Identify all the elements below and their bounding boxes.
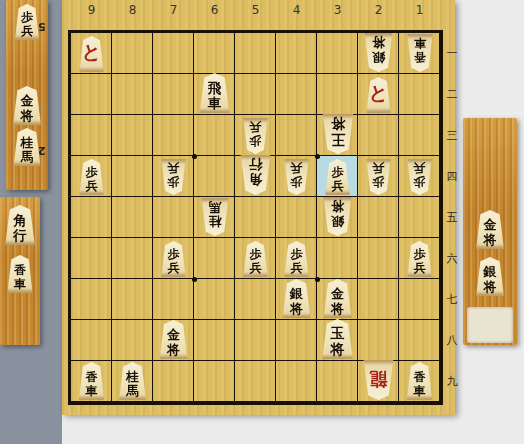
rank-label-5: 五 bbox=[445, 197, 459, 238]
board-frame: と銀将香車飛車と歩兵王将歩兵歩兵角行歩兵歩兵歩兵歩兵桂馬銀将歩兵歩兵歩兵歩兵銀将… bbox=[68, 30, 443, 405]
piece-kanji: 兵 bbox=[168, 262, 180, 276]
gote-captured-stand-lower: 角行香車 bbox=[0, 197, 40, 345]
piece-kanji: 行 bbox=[249, 157, 263, 172]
rank-label-7: 七 bbox=[445, 279, 459, 320]
piece-kanji: 兵 bbox=[250, 262, 262, 276]
piece-kanji: 歩 bbox=[414, 175, 426, 189]
piece-kanji: 角 bbox=[13, 213, 27, 228]
piece-kanji: 歩 bbox=[250, 134, 262, 148]
piece-kanji: 将 bbox=[484, 233, 497, 248]
piece-kanji: 銀 bbox=[290, 287, 303, 302]
piece-kanji: 将 bbox=[290, 302, 303, 317]
piece-kanji: と bbox=[82, 41, 101, 64]
piece-kanji: 香 bbox=[14, 264, 26, 278]
piece-kanji: 歩 bbox=[291, 175, 303, 189]
piece-kanji: 金 bbox=[21, 94, 34, 109]
piece-kanji: 馬 bbox=[21, 150, 34, 164]
piece-kanji: 将 bbox=[167, 343, 180, 358]
piece-kanji: 龍 bbox=[370, 368, 388, 390]
file-label-4: 4 bbox=[276, 2, 317, 19]
rank-label-6: 六 bbox=[445, 238, 459, 279]
hand-piece-undefined-pawn[interactable]: 歩兵 bbox=[14, 4, 41, 40]
piece-kanji: 歩 bbox=[86, 166, 98, 180]
piece-kanji: 歩 bbox=[414, 248, 426, 262]
sente-captured-stand: 金将銀将 bbox=[463, 118, 517, 345]
hand-piece-undefined-gold[interactable]: 金将 bbox=[12, 86, 43, 125]
piece-kanji: 将 bbox=[331, 116, 345, 132]
piece-kanji: 桂 bbox=[126, 370, 139, 384]
piece-kanji: 歩 bbox=[168, 175, 180, 189]
star-point bbox=[315, 154, 320, 159]
hand-piece-undefined-bishop[interactable]: 角行 bbox=[4, 205, 37, 245]
piece-kanji: 歩 bbox=[373, 175, 385, 189]
board-grid: と銀将香車飛車と歩兵王将歩兵歩兵角行歩兵歩兵歩兵歩兵桂馬銀将歩兵歩兵歩兵歩兵銀将… bbox=[71, 33, 440, 402]
piece-kanji: 兵 bbox=[414, 161, 426, 175]
piece-kanji: 行 bbox=[13, 228, 27, 243]
piece-kanji: 兵 bbox=[291, 161, 303, 175]
star-point bbox=[192, 277, 197, 282]
hand-piece-undefined-gold[interactable]: 金将 bbox=[475, 210, 506, 249]
piece-kanji: 将 bbox=[372, 35, 385, 50]
piece-kanji: 金 bbox=[331, 287, 344, 302]
piece-kanji: 車 bbox=[414, 36, 426, 50]
piece-kanji: 将 bbox=[331, 302, 344, 317]
rank-label-9: 九 bbox=[445, 361, 459, 402]
piece-kanji: 歩 bbox=[250, 248, 262, 262]
hand-piece-undefined-lance[interactable]: 香車 bbox=[6, 255, 34, 293]
file-label-9: 9 bbox=[71, 2, 112, 19]
piece-kanji: 将 bbox=[331, 199, 344, 214]
file-label-2: 2 bbox=[358, 2, 399, 19]
rank-label-1: 一 bbox=[445, 33, 459, 74]
piece-kanji: 兵 bbox=[373, 161, 385, 175]
piece-kanji: 兵 bbox=[168, 161, 180, 175]
piece-kanji: 角 bbox=[249, 172, 263, 187]
piece-kanji: と bbox=[369, 82, 388, 105]
piece-kanji: 車 bbox=[14, 278, 26, 292]
gote-captured-stand-upper: 歩兵5金将桂馬2 bbox=[6, 0, 48, 190]
piece-kanji: 兵 bbox=[250, 120, 262, 134]
piece-kanji: 車 bbox=[86, 385, 98, 399]
piece-kanji: 馬 bbox=[126, 384, 139, 398]
hand-piece-undefined-silver[interactable]: 銀将 bbox=[475, 257, 506, 296]
piece-kanji: 桂 bbox=[21, 136, 34, 150]
piece-kanji: 玉 bbox=[331, 326, 345, 342]
file-label-3: 3 bbox=[317, 2, 358, 19]
piece-kanji: 飛 bbox=[208, 81, 222, 96]
piece-kanji: 香 bbox=[86, 371, 98, 385]
file-label-8: 8 bbox=[112, 2, 153, 19]
piece-kanji: 将 bbox=[484, 280, 497, 295]
file-label-5: 5 bbox=[235, 2, 276, 19]
piece-kanji: 香 bbox=[414, 371, 426, 385]
piece-kanji: 車 bbox=[414, 385, 426, 399]
piece-kanji: 香 bbox=[414, 50, 426, 64]
piece-kanji: 歩 bbox=[332, 166, 344, 180]
shogi-app: { "game": "shogi", "position": { "sfen":… bbox=[0, 0, 524, 444]
file-label-6: 6 bbox=[194, 2, 235, 19]
piece-kanji: 歩 bbox=[291, 248, 303, 262]
piece-kanji: 馬 bbox=[208, 200, 221, 214]
star-point bbox=[192, 154, 197, 159]
piece-kanji: 兵 bbox=[414, 262, 426, 276]
piece-kanji: 歩 bbox=[168, 248, 180, 262]
piece-kanji: 将 bbox=[331, 342, 345, 358]
shogi-board: 987654321 一二三四五六七八九 と銀将香車飛車と歩兵王将歩兵歩兵角行歩兵… bbox=[62, 0, 455, 415]
piece-kanji: 歩 bbox=[21, 11, 33, 25]
piece-kanji: 兵 bbox=[21, 25, 33, 39]
rank-label-8: 八 bbox=[445, 320, 459, 361]
piece-kanji: 兵 bbox=[86, 180, 98, 194]
piece-kanji: 銀 bbox=[331, 214, 344, 229]
piece-kanji: 銀 bbox=[484, 265, 497, 280]
hand-count: 2 bbox=[38, 144, 46, 157]
piece-kanji: 銀 bbox=[372, 50, 385, 65]
piece-kanji: 金 bbox=[167, 328, 180, 343]
file-label-7: 7 bbox=[153, 2, 194, 19]
rank-label-2: 二 bbox=[445, 74, 459, 115]
piece-kanji: 将 bbox=[21, 109, 34, 124]
piece-kanji: 金 bbox=[484, 218, 497, 233]
star-point bbox=[315, 277, 320, 282]
hand-count: 5 bbox=[38, 20, 46, 33]
piece-kanji: 王 bbox=[331, 132, 345, 148]
rank-label-3: 三 bbox=[445, 115, 459, 156]
piece-kanji: 兵 bbox=[332, 180, 344, 194]
file-label-1: 1 bbox=[399, 2, 440, 19]
stand-empty-slot bbox=[467, 307, 513, 343]
piece-kanji: 桂 bbox=[208, 214, 221, 228]
rank-label-4: 四 bbox=[445, 156, 459, 197]
piece-kanji: 車 bbox=[208, 96, 222, 111]
piece-kanji: 兵 bbox=[291, 262, 303, 276]
